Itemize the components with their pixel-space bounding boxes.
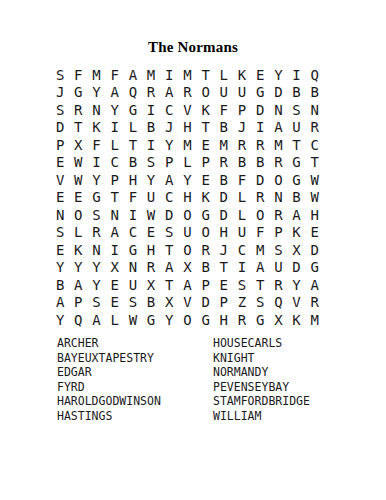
grid-cell: U <box>233 84 251 102</box>
grid-cell: O <box>197 224 215 242</box>
grid-cell: G <box>124 241 142 259</box>
grid-cell: G <box>287 171 305 189</box>
grid-cell: S <box>51 101 69 119</box>
grid-cell: D <box>269 84 287 102</box>
grid-cell: C <box>160 189 178 207</box>
grid-cell: T <box>160 241 178 259</box>
grid-cell: M <box>178 66 196 84</box>
grid-cell: T <box>69 119 87 137</box>
grid-cell: I <box>287 66 305 84</box>
grid-cell: Y <box>87 259 105 277</box>
grid-cell: G <box>69 84 87 102</box>
grid-cell: S <box>87 294 105 312</box>
grid-cell: O <box>197 84 215 102</box>
grid-cell: P <box>106 171 124 189</box>
grid-cell: U <box>215 84 233 102</box>
grid-cell: W <box>69 171 87 189</box>
grid-cell: B <box>215 119 233 137</box>
grid-cell: F <box>69 66 87 84</box>
grid-cell: W <box>142 206 160 224</box>
grid-cell: Q <box>69 311 87 329</box>
grid-cell: B <box>233 154 251 172</box>
grid-cell: G <box>124 101 142 119</box>
grid-cell: B <box>306 84 324 102</box>
grid-cell: H <box>215 224 233 242</box>
grid-cell: E <box>51 241 69 259</box>
grid-cell: A <box>87 311 105 329</box>
grid-cell: S <box>287 101 305 119</box>
grid-cell: Y <box>142 171 160 189</box>
grid-cell: S <box>251 294 269 312</box>
word-list-item: HASTINGS <box>57 409 213 424</box>
grid-cell: N <box>87 101 105 119</box>
grid-cell: J <box>233 119 251 137</box>
grid-cell: T <box>160 276 178 294</box>
grid-cell: K <box>287 224 305 242</box>
grid-cell: M <box>269 136 287 154</box>
grid-cell: R <box>306 294 324 312</box>
grid-cell: I <box>106 241 124 259</box>
grid-cell: V <box>287 294 305 312</box>
grid-cell: E <box>106 276 124 294</box>
grid-cell: I <box>233 259 251 277</box>
word-list-column-1: ARCHERBAYEUXTAPESTRYEDGARFYRDHAROLDGODWI… <box>57 336 213 423</box>
grid-cell: O <box>178 311 196 329</box>
grid-cell: W <box>69 154 87 172</box>
grid-cell: R <box>251 136 269 154</box>
grid-cell: S <box>51 224 69 242</box>
grid-cell: G <box>87 189 105 207</box>
grid-cell: H <box>124 171 142 189</box>
grid-cell: B <box>287 84 305 102</box>
grid-cell: B <box>142 119 160 137</box>
grid-cell: C <box>160 101 178 119</box>
grid-cell: K <box>197 189 215 207</box>
grid-cell: K <box>233 66 251 84</box>
grid-cell: A <box>251 259 269 277</box>
grid-cell: Y <box>160 136 178 154</box>
grid-cell: C <box>233 241 251 259</box>
grid-cell: Y <box>287 276 305 294</box>
grid-cell: E <box>251 66 269 84</box>
grid-cell: B <box>251 154 269 172</box>
word-list-item: KNIGHT <box>213 351 310 366</box>
grid-cell: U <box>124 276 142 294</box>
grid-cell: K <box>69 241 87 259</box>
grid-cell: S <box>87 206 105 224</box>
grid-cell: A <box>160 259 178 277</box>
grid-cell: R <box>142 259 160 277</box>
grid-cell: O <box>251 206 269 224</box>
grid-cell: H <box>215 311 233 329</box>
grid-cell: G <box>287 154 305 172</box>
grid-cell: L <box>233 189 251 207</box>
grid-cell: J <box>215 241 233 259</box>
grid-cell: N <box>124 259 142 277</box>
grid-cell: L <box>178 154 196 172</box>
word-list-item: STAMFORDBRIDGE <box>213 394 310 409</box>
grid-cell: E <box>51 189 69 207</box>
word-list-item: BAYEUXTAPESTRY <box>57 351 213 366</box>
grid-cell: S <box>124 294 142 312</box>
grid-cell: D <box>251 171 269 189</box>
grid-cell: M <box>142 66 160 84</box>
grid-cell: S <box>51 66 69 84</box>
grid-cell: R <box>69 101 87 119</box>
grid-cell: S <box>233 276 251 294</box>
grid-cell: V <box>178 101 196 119</box>
grid-cell: E <box>142 224 160 242</box>
grid-cell: Y <box>160 311 178 329</box>
grid-cell: A <box>178 276 196 294</box>
grid-cell: W <box>306 171 324 189</box>
grid-cell: A <box>287 206 305 224</box>
grid-cell: J <box>160 119 178 137</box>
grid-cell: R <box>269 206 287 224</box>
grid-cell: Y <box>87 276 105 294</box>
grid-cell: X <box>178 259 196 277</box>
grid-cell: Q <box>306 66 324 84</box>
grid-cell: X <box>106 259 124 277</box>
grid-cell: R <box>306 119 324 137</box>
grid-cell: T <box>306 154 324 172</box>
grid-cell: T <box>197 66 215 84</box>
grid-cell: T <box>106 189 124 207</box>
grid-cell: Y <box>269 66 287 84</box>
grid-cell: D <box>306 241 324 259</box>
word-list-item: EDGAR <box>57 365 213 380</box>
grid-cell: E <box>215 276 233 294</box>
grid-cell: W <box>306 189 324 207</box>
worksheet-page: The Normans SFMFAMIMTLKEYIQJGYAQRAROUUGD… <box>0 0 386 500</box>
word-search-grid: SFMFAMIMTLKEYIQJGYAQRAROUUGDBBSRNYGICVKF… <box>51 66 324 329</box>
grid-cell: H <box>178 189 196 207</box>
grid-cell: M <box>306 311 324 329</box>
grid-cell: M <box>178 136 196 154</box>
grid-cell: E <box>306 224 324 242</box>
grid-cell: F <box>87 136 105 154</box>
grid-cell: I <box>106 119 124 137</box>
grid-cell: O <box>178 241 196 259</box>
word-list-column-2: HOUSECARLSKNIGHTNORMANDYPEVENSEYBAYSTAMF… <box>213 336 310 423</box>
grid-cell: G <box>251 84 269 102</box>
grid-cell: G <box>251 311 269 329</box>
grid-cell: A <box>51 294 69 312</box>
grid-cell: L <box>233 206 251 224</box>
grid-cell: D <box>197 294 215 312</box>
grid-cell: A <box>269 119 287 137</box>
grid-cell: I <box>87 154 105 172</box>
grid-cell: X <box>287 241 305 259</box>
grid-cell: N <box>106 206 124 224</box>
grid-cell: X <box>69 136 87 154</box>
grid-cell: K <box>287 311 305 329</box>
grid-cell: V <box>178 294 196 312</box>
grid-cell: F <box>215 101 233 119</box>
puzzle-title: The Normans <box>0 39 386 56</box>
grid-cell: V <box>51 171 69 189</box>
grid-cell: N <box>87 241 105 259</box>
grid-cell: B <box>197 259 215 277</box>
grid-cell: M <box>215 136 233 154</box>
grid-cell: Q <box>124 84 142 102</box>
grid-cell: D <box>160 206 178 224</box>
grid-cell: G <box>142 311 160 329</box>
grid-cell: F <box>106 66 124 84</box>
grid-cell: R <box>233 311 251 329</box>
grid-cell: A <box>106 84 124 102</box>
grid-cell: Q <box>269 294 287 312</box>
grid-cell: S <box>142 154 160 172</box>
grid-cell: R <box>197 241 215 259</box>
grid-cell: A <box>106 224 124 242</box>
grid-cell: G <box>306 259 324 277</box>
grid-cell: S <box>160 224 178 242</box>
grid-cell: P <box>197 154 215 172</box>
grid-cell: R <box>178 84 196 102</box>
grid-cell: M <box>87 66 105 84</box>
grid-cell: A <box>69 276 87 294</box>
grid-cell: E <box>197 171 215 189</box>
grid-cell: H <box>142 241 160 259</box>
grid-cell: F <box>233 171 251 189</box>
grid-cell: E <box>69 189 87 207</box>
word-list-item: HOUSECARLS <box>213 336 310 351</box>
grid-cell: N <box>269 101 287 119</box>
grid-cell: D <box>287 259 305 277</box>
grid-cell: H <box>178 119 196 137</box>
grid-cell: U <box>287 119 305 137</box>
grid-cell: I <box>142 136 160 154</box>
grid-cell: I <box>160 66 178 84</box>
grid-cell: L <box>106 136 124 154</box>
grid-cell: P <box>51 136 69 154</box>
word-list-item: PEVENSEYBAY <box>213 380 310 395</box>
grid-cell: X <box>142 276 160 294</box>
grid-cell: C <box>106 154 124 172</box>
grid-cell: Y <box>106 101 124 119</box>
grid-cell: I <box>251 119 269 137</box>
grid-cell: P <box>69 294 87 312</box>
grid-cell: D <box>51 119 69 137</box>
grid-cell: L <box>124 119 142 137</box>
grid-cell: Y <box>178 171 196 189</box>
grid-cell: E <box>106 294 124 312</box>
grid-cell: A <box>160 171 178 189</box>
grid-cell: B <box>51 276 69 294</box>
grid-cell: M <box>251 241 269 259</box>
grid-cell: Y <box>51 311 69 329</box>
grid-cell: T <box>287 136 305 154</box>
grid-cell: H <box>306 206 324 224</box>
grid-cell: P <box>215 294 233 312</box>
word-list-item: FYRD <box>57 380 213 395</box>
grid-cell: X <box>160 294 178 312</box>
grid-cell: N <box>51 206 69 224</box>
grid-cell: B <box>142 294 160 312</box>
grid-cell: D <box>215 206 233 224</box>
grid-cell: O <box>178 206 196 224</box>
grid-cell: R <box>251 189 269 207</box>
grid-cell: Y <box>87 171 105 189</box>
grid-cell: U <box>233 224 251 242</box>
grid-cell: A <box>160 84 178 102</box>
grid-cell: D <box>215 189 233 207</box>
grid-cell: A <box>124 66 142 84</box>
word-list-item: NORMANDY <box>213 365 310 380</box>
grid-cell: N <box>269 189 287 207</box>
grid-cell: T <box>251 276 269 294</box>
grid-cell: P <box>269 224 287 242</box>
grid-cell: J <box>51 84 69 102</box>
grid-cell: R <box>142 84 160 102</box>
grid-cell: I <box>124 206 142 224</box>
grid-cell: C <box>124 224 142 242</box>
grid-cell: B <box>124 154 142 172</box>
grid-cell: C <box>306 136 324 154</box>
grid-cell: A <box>306 276 324 294</box>
grid-cell: L <box>106 311 124 329</box>
grid-cell: T <box>124 136 142 154</box>
grid-cell: O <box>269 171 287 189</box>
grid-cell: Y <box>69 259 87 277</box>
grid-cell: E <box>197 136 215 154</box>
grid-cell: I <box>142 101 160 119</box>
grid-cell: R <box>215 154 233 172</box>
grid-cell: G <box>197 206 215 224</box>
grid-cell: P <box>197 276 215 294</box>
grid-cell: L <box>215 66 233 84</box>
grid-cell: U <box>178 224 196 242</box>
grid-cell: R <box>269 276 287 294</box>
grid-cell: Z <box>233 294 251 312</box>
grid-cell: R <box>87 224 105 242</box>
grid-cell: N <box>306 101 324 119</box>
grid-cell: Y <box>51 259 69 277</box>
grid-cell: T <box>197 119 215 137</box>
grid-cell: O <box>69 206 87 224</box>
word-list-item: ARCHER <box>57 336 213 351</box>
grid-cell: S <box>269 241 287 259</box>
grid-cell: E <box>51 154 69 172</box>
grid-cell: R <box>269 154 287 172</box>
grid-cell: U <box>142 189 160 207</box>
grid-cell: T <box>215 259 233 277</box>
grid-cell: F <box>251 224 269 242</box>
grid-cell: R <box>233 136 251 154</box>
grid-cell: P <box>233 101 251 119</box>
grid-cell: B <box>287 189 305 207</box>
grid-cell: P <box>160 154 178 172</box>
grid-cell: W <box>124 311 142 329</box>
grid-cell: L <box>69 224 87 242</box>
grid-cell: G <box>197 311 215 329</box>
grid-cell: K <box>197 101 215 119</box>
word-list-item: HAROLDGODWINSON <box>57 394 213 409</box>
grid-cell: Y <box>87 84 105 102</box>
grid-cell: X <box>269 311 287 329</box>
grid-cell: F <box>124 189 142 207</box>
grid-cell: D <box>251 101 269 119</box>
word-list-item: WILLIAM <box>213 409 310 424</box>
grid-cell: B <box>215 171 233 189</box>
word-list: ARCHERBAYEUXTAPESTRYEDGARFYRDHAROLDGODWI… <box>57 336 310 423</box>
grid-cell: K <box>87 119 105 137</box>
grid-cell: U <box>269 259 287 277</box>
